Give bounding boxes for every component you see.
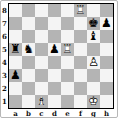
- pawn-glyph: ♟: [48, 43, 61, 56]
- file-labels: abcdefgh: [9, 108, 113, 118]
- square-f8[interactable]: ♜♖: [74, 4, 87, 17]
- square-c5[interactable]: [35, 43, 48, 56]
- bishop-glyph: ♗: [35, 95, 48, 108]
- knight-glyph: ♞: [22, 43, 35, 56]
- bishop-glyph: ♝: [87, 30, 100, 43]
- square-a5[interactable]: ♜: [9, 43, 22, 56]
- square-d1[interactable]: [48, 95, 61, 108]
- rank-label-5: 5: [1, 43, 8, 56]
- black-pawn-a3[interactable]: ♟: [9, 69, 22, 82]
- square-b2[interactable]: [22, 82, 35, 95]
- white-rook-e5[interactable]: ♜♖: [61, 43, 74, 56]
- white-rook-f8[interactable]: ♜♖: [74, 4, 87, 17]
- king-glyph: ♔: [87, 95, 100, 108]
- square-b5[interactable]: ♞: [22, 43, 35, 56]
- square-b6[interactable]: [22, 30, 35, 43]
- square-d4[interactable]: [48, 56, 61, 69]
- black-rook-a5[interactable]: ♜: [9, 43, 22, 56]
- square-h8[interactable]: [100, 4, 113, 17]
- square-d2[interactable]: [48, 82, 61, 95]
- square-e2[interactable]: [61, 82, 74, 95]
- square-d5[interactable]: ♟: [48, 43, 61, 56]
- file-label-c: c: [35, 108, 48, 118]
- pawn-glyph: ♙: [87, 56, 100, 69]
- square-e1[interactable]: [61, 95, 74, 108]
- square-g8[interactable]: [87, 4, 100, 17]
- square-g4[interactable]: ♟♙: [87, 56, 100, 69]
- square-f1[interactable]: [74, 95, 87, 108]
- file-label-e: e: [61, 108, 74, 118]
- rank-label-4: 4: [1, 56, 8, 69]
- rook-glyph: ♜: [9, 43, 22, 56]
- rank-label-2: 2: [1, 82, 8, 95]
- square-c3[interactable]: [35, 69, 48, 82]
- black-bishop-g6[interactable]: ♝: [87, 30, 100, 43]
- square-h6[interactable]: [100, 30, 113, 43]
- square-e6[interactable]: [61, 30, 74, 43]
- square-e5[interactable]: ♜♖: [61, 43, 74, 56]
- square-f3[interactable]: [74, 69, 87, 82]
- file-label-a: a: [9, 108, 22, 118]
- square-h2[interactable]: [100, 82, 113, 95]
- rank-label-6: 6: [1, 30, 8, 43]
- square-c2[interactable]: [35, 82, 48, 95]
- square-a3[interactable]: ♟: [9, 69, 22, 82]
- square-g5[interactable]: [87, 43, 100, 56]
- rook-glyph: ♖: [61, 43, 74, 56]
- square-d8[interactable]: [48, 4, 61, 17]
- white-king-g1[interactable]: ♚♔: [87, 95, 100, 108]
- square-c1[interactable]: ♝♗: [35, 95, 48, 108]
- square-h7[interactable]: ♟: [100, 17, 113, 30]
- square-a2[interactable]: [9, 82, 22, 95]
- square-e3[interactable]: [61, 69, 74, 82]
- square-h1[interactable]: [100, 95, 113, 108]
- square-f4[interactable]: [74, 56, 87, 69]
- square-f7[interactable]: [74, 17, 87, 30]
- square-h4[interactable]: [100, 56, 113, 69]
- square-d7[interactable]: [48, 17, 61, 30]
- square-g7[interactable]: ♚: [87, 17, 100, 30]
- file-label-h: h: [100, 108, 113, 118]
- square-c6[interactable]: [35, 30, 48, 43]
- rank-label-8: 8: [1, 4, 8, 17]
- square-f2[interactable]: [74, 82, 87, 95]
- square-c8[interactable]: [35, 4, 48, 17]
- black-king-g7[interactable]: ♚: [87, 17, 100, 30]
- square-b3[interactable]: [22, 69, 35, 82]
- square-d6[interactable]: [48, 30, 61, 43]
- chess-diagram: 87654321 ♜♖♚♟♝♜♞♟♜♖♟♙♟♝♗♚♔ abcdefgh: [0, 0, 118, 118]
- square-c7[interactable]: [35, 17, 48, 30]
- square-f5[interactable]: [74, 43, 87, 56]
- pawn-glyph: ♟: [100, 17, 113, 30]
- file-label-f: f: [74, 108, 87, 118]
- square-g3[interactable]: [87, 69, 100, 82]
- chess-board: ♜♖♚♟♝♜♞♟♜♖♟♙♟♝♗♚♔: [8, 3, 114, 109]
- square-b7[interactable]: [22, 17, 35, 30]
- square-a7[interactable]: [9, 17, 22, 30]
- square-g2[interactable]: [87, 82, 100, 95]
- black-pawn-h7[interactable]: ♟: [100, 17, 113, 30]
- black-knight-b5[interactable]: ♞: [22, 43, 35, 56]
- rank-label-1: 1: [1, 95, 8, 108]
- square-c4[interactable]: [35, 56, 48, 69]
- king-glyph: ♚: [87, 17, 100, 30]
- rank-labels: 87654321: [1, 4, 8, 108]
- pawn-glyph: ♟: [9, 69, 22, 82]
- square-d3[interactable]: [48, 69, 61, 82]
- white-bishop-c1[interactable]: ♝♗: [35, 95, 48, 108]
- square-a4[interactable]: [9, 56, 22, 69]
- square-h5[interactable]: [100, 43, 113, 56]
- square-f6[interactable]: [74, 30, 87, 43]
- file-label-b: b: [22, 108, 35, 118]
- square-e7[interactable]: [61, 17, 74, 30]
- square-a6[interactable]: [9, 30, 22, 43]
- file-label-g: g: [87, 108, 100, 118]
- square-e8[interactable]: [61, 4, 74, 17]
- square-h3[interactable]: [100, 69, 113, 82]
- white-pawn-g4[interactable]: ♟♙: [87, 56, 100, 69]
- square-a8[interactable]: [9, 4, 22, 17]
- square-b1[interactable]: [22, 95, 35, 108]
- square-a1[interactable]: [9, 95, 22, 108]
- square-g1[interactable]: ♚♔: [87, 95, 100, 108]
- black-pawn-d5[interactable]: ♟: [48, 43, 61, 56]
- rank-label-7: 7: [1, 17, 8, 30]
- square-b8[interactable]: [22, 4, 35, 17]
- rank-label-3: 3: [1, 69, 8, 82]
- rook-glyph: ♖: [74, 4, 87, 17]
- square-b4[interactable]: [22, 56, 35, 69]
- square-e4[interactable]: [61, 56, 74, 69]
- file-label-d: d: [48, 108, 61, 118]
- square-g6[interactable]: ♝: [87, 30, 100, 43]
